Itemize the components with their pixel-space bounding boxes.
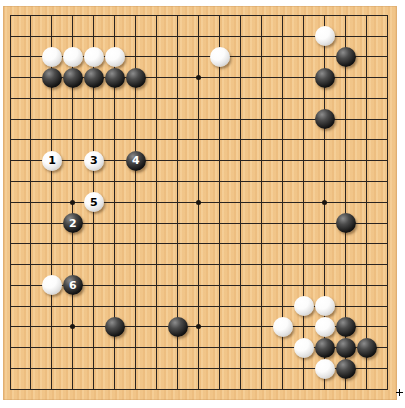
go-app-window: 134526: [0, 0, 405, 408]
grid-horizontal-line: [10, 389, 389, 390]
grid-vertical-line: [387, 15, 388, 390]
go-stone-black[interactable]: [336, 338, 356, 358]
go-stone-white-move-3[interactable]: 3: [84, 151, 104, 171]
go-stone-black[interactable]: [126, 68, 146, 88]
grid-horizontal-line: [10, 264, 389, 265]
go-stone-white-move-5[interactable]: 5: [84, 192, 104, 212]
go-stone-black-move-2[interactable]: 2: [63, 213, 83, 233]
go-stone-black[interactable]: [105, 68, 125, 88]
grid-vertical-line: [303, 15, 304, 390]
go-stone-black[interactable]: [105, 317, 125, 337]
move-number-label: 3: [84, 151, 104, 171]
go-stone-black[interactable]: [315, 109, 335, 129]
go-stone-black[interactable]: [168, 317, 188, 337]
grid-vertical-line: [261, 15, 262, 390]
go-stone-white[interactable]: [63, 47, 83, 67]
go-stone-white[interactable]: [315, 296, 335, 316]
go-stone-black[interactable]: [315, 338, 335, 358]
grid-vertical-line: [366, 15, 367, 390]
go-stone-white[interactable]: [315, 26, 335, 46]
go-stone-white[interactable]: [42, 47, 62, 67]
move-number-label: 1: [42, 151, 62, 171]
go-stone-black[interactable]: [336, 359, 356, 379]
go-stone-white[interactable]: [273, 317, 293, 337]
grid-horizontal-line: [10, 243, 389, 244]
go-stone-white[interactable]: [315, 317, 335, 337]
go-stone-black[interactable]: [315, 68, 335, 88]
go-stone-black[interactable]: [84, 68, 104, 88]
go-stone-white[interactable]: [315, 359, 335, 379]
move-number-label: 6: [63, 275, 83, 295]
go-stone-white[interactable]: [84, 47, 104, 67]
go-stone-white[interactable]: [294, 296, 314, 316]
go-stone-white[interactable]: [210, 47, 230, 67]
go-stone-white[interactable]: [294, 338, 314, 358]
go-stone-black[interactable]: [336, 47, 356, 67]
grid-vertical-line: [240, 15, 241, 390]
go-stone-black-move-4[interactable]: 4: [126, 151, 146, 171]
go-stone-black[interactable]: [336, 213, 356, 233]
go-stone-black[interactable]: [42, 68, 62, 88]
go-stone-black[interactable]: [357, 338, 377, 358]
go-stone-black[interactable]: [336, 317, 356, 337]
grid-vertical-line: [219, 15, 220, 390]
move-number-label: 5: [84, 192, 104, 212]
go-stone-white-move-1[interactable]: 1: [42, 151, 62, 171]
move-number-label: 4: [126, 151, 146, 171]
go-stone-white[interactable]: [105, 47, 125, 67]
move-number-label: 2: [63, 213, 83, 233]
cursor-mark: [396, 389, 403, 396]
go-stone-black-move-6[interactable]: 6: [63, 275, 83, 295]
go-stone-black[interactable]: [63, 68, 83, 88]
